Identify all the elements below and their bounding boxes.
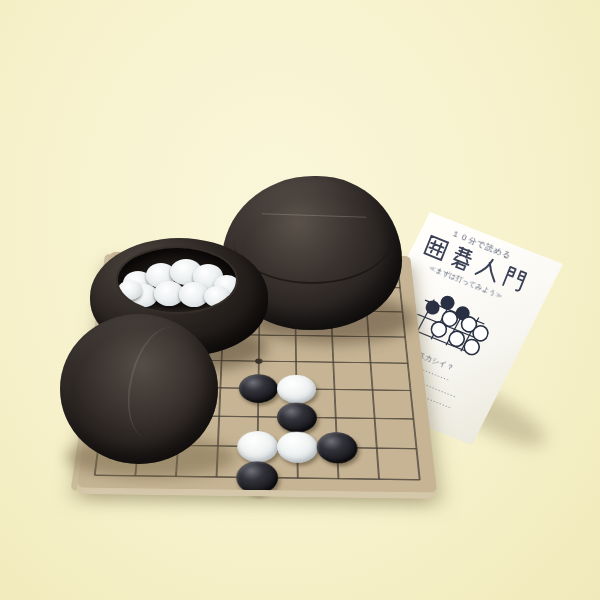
diagram-black-stone	[438, 294, 456, 312]
open-bowl-opening	[116, 246, 238, 314]
white-stone	[277, 375, 316, 404]
black-stone	[239, 374, 278, 403]
bowl-lid	[60, 314, 218, 464]
white-stone	[237, 431, 278, 463]
white-stone	[277, 431, 318, 463]
lid-mold-seam	[117, 320, 203, 445]
black-stone	[236, 461, 278, 494]
black-stone	[277, 402, 317, 432]
go-set-photo-scene: １０分で読める 囲碁入門 ≪まずは打ってみよう≫ ス	[0, 0, 600, 600]
